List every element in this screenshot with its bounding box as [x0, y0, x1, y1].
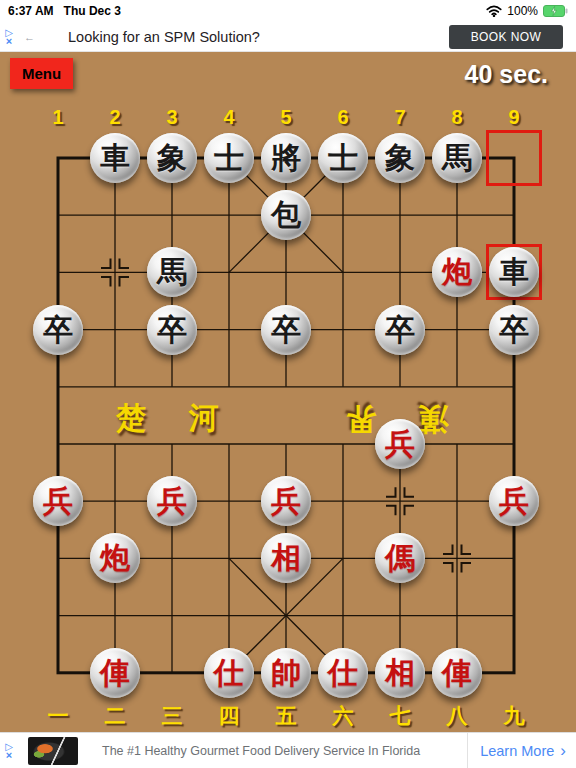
piece-glyph: 炮: [100, 543, 130, 573]
piece-red-chariot[interactable]: 俥: [90, 648, 140, 698]
file-label-top-4: 4: [214, 106, 244, 129]
piece-glyph: 卒: [157, 315, 187, 345]
ad-close-icon[interactable]: ×: [6, 751, 12, 760]
piece-red-soldier[interactable]: 兵: [489, 476, 539, 526]
screen: 6:37 AM Thu Dec 3 100% ▷ × ← Looking for…: [0, 0, 576, 768]
bottom-ad-banner: ▷ × The #1 Healthy Gourmet Food Delivery…: [0, 732, 576, 768]
file-label-bottom-5: 五: [271, 702, 301, 730]
piece-black-soldier[interactable]: 卒: [489, 305, 539, 355]
battery-charging-icon: [543, 5, 568, 17]
file-label-bottom-1: 一: [43, 702, 73, 730]
file-label-bottom-4: 四: [214, 702, 244, 730]
piece-red-soldier[interactable]: 兵: [33, 476, 83, 526]
game-area: Menu 40 sec. 123456789 一二三四五六七八九 楚 河 漢 界…: [0, 52, 576, 732]
piece-red-chariot[interactable]: 俥: [432, 648, 482, 698]
piece-glyph: 士: [328, 143, 358, 173]
piece-glyph: 俥: [442, 658, 472, 688]
piece-black-advisor[interactable]: 士: [204, 133, 254, 183]
piece-glyph: 兵: [43, 486, 73, 516]
ad-title[interactable]: Looking for an SPM Solution?: [68, 29, 260, 45]
piece-glyph: 帥: [271, 658, 301, 688]
piece-glyph: 傌: [385, 543, 415, 573]
file-label-bottom-7: 七: [385, 702, 415, 730]
piece-glyph: 仕: [214, 658, 244, 688]
piece-black-general[interactable]: 將: [261, 133, 311, 183]
file-label-bottom-8: 八: [442, 702, 472, 730]
piece-glyph: 卒: [499, 315, 529, 345]
piece-red-soldier[interactable]: 兵: [375, 419, 425, 469]
file-label-bottom-9: 九: [499, 702, 529, 730]
file-label-bottom-6: 六: [328, 702, 358, 730]
piece-red-advisor[interactable]: 仕: [204, 648, 254, 698]
ad-food-thumbnail[interactable]: [28, 737, 78, 765]
piece-red-advisor[interactable]: 仕: [318, 648, 368, 698]
piece-red-general[interactable]: 帥: [261, 648, 311, 698]
piece-black-horse[interactable]: 馬: [432, 133, 482, 183]
piece-glyph: 將: [271, 143, 301, 173]
piece-red-soldier[interactable]: 兵: [147, 476, 197, 526]
file-label-top-6: 6: [328, 106, 358, 129]
piece-black-soldier[interactable]: 卒: [147, 305, 197, 355]
battery-percent: 100%: [507, 4, 538, 18]
file-label-top-5: 5: [271, 106, 301, 129]
status-bar: 6:37 AM Thu Dec 3 100%: [0, 0, 576, 22]
piece-black-advisor[interactable]: 士: [318, 133, 368, 183]
piece-glyph: 卒: [271, 315, 301, 345]
piece-black-soldier[interactable]: 卒: [261, 305, 311, 355]
piece-black-elephant[interactable]: 象: [147, 133, 197, 183]
piece-glyph: 象: [385, 143, 415, 173]
piece-glyph: 馬: [157, 257, 187, 287]
piece-glyph: 卒: [43, 315, 73, 345]
learn-more-button[interactable]: Learn More ›: [467, 733, 576, 768]
piece-black-chariot[interactable]: 車: [90, 133, 140, 183]
piece-glyph: 兵: [385, 429, 415, 459]
chevron-right-icon: ›: [560, 742, 566, 759]
file-label-bottom-2: 二: [100, 702, 130, 730]
piece-black-elephant[interactable]: 象: [375, 133, 425, 183]
ad-text[interactable]: The #1 Healthy Gourmet Food Delivery Ser…: [102, 744, 420, 758]
piece-glyph: 馬: [442, 143, 472, 173]
piece-glyph: 俥: [100, 658, 130, 688]
piece-glyph: 兵: [271, 486, 301, 516]
file-label-top-1: 1: [43, 106, 73, 129]
file-label-top-2: 2: [100, 106, 130, 129]
piece-glyph: 車: [499, 257, 529, 287]
file-label-top-9: 9: [499, 106, 529, 129]
learn-more-label: Learn More: [480, 743, 554, 759]
piece-glyph: 兵: [499, 486, 529, 516]
piece-glyph: 炮: [442, 257, 472, 287]
advertiser-logo-icon: ←: [24, 31, 50, 43]
ad-close-icon[interactable]: ×: [6, 37, 12, 46]
status-date: Thu Dec 3: [64, 4, 121, 18]
piece-glyph: 士: [214, 143, 244, 173]
last-move-highlight: [486, 130, 542, 186]
file-label-top-3: 3: [157, 106, 187, 129]
piece-black-soldier[interactable]: 卒: [375, 305, 425, 355]
wifi-icon: [486, 5, 502, 17]
book-now-button[interactable]: BOOK NOW: [449, 25, 563, 49]
file-label-bottom-3: 三: [157, 702, 187, 730]
piece-red-elephant[interactable]: 相: [375, 648, 425, 698]
piece-glyph: 卒: [385, 315, 415, 345]
status-time: 6:37 AM: [8, 4, 54, 18]
piece-glyph: 車: [100, 143, 130, 173]
file-label-top-8: 8: [442, 106, 472, 129]
piece-black-cannon[interactable]: 包: [261, 190, 311, 240]
piece-glyph: 相: [385, 658, 415, 688]
river-label-left: 楚 河: [116, 398, 234, 439]
piece-glyph: 相: [271, 543, 301, 573]
piece-glyph: 兵: [157, 486, 187, 516]
piece-glyph: 仕: [328, 658, 358, 688]
piece-glyph: 包: [271, 200, 301, 230]
piece-red-soldier[interactable]: 兵: [261, 476, 311, 526]
top-ad-banner: ▷ × ← Looking for an SPM Solution? BOOK …: [0, 22, 576, 52]
piece-black-soldier[interactable]: 卒: [33, 305, 83, 355]
file-label-top-7: 7: [385, 106, 415, 129]
piece-glyph: 象: [157, 143, 187, 173]
